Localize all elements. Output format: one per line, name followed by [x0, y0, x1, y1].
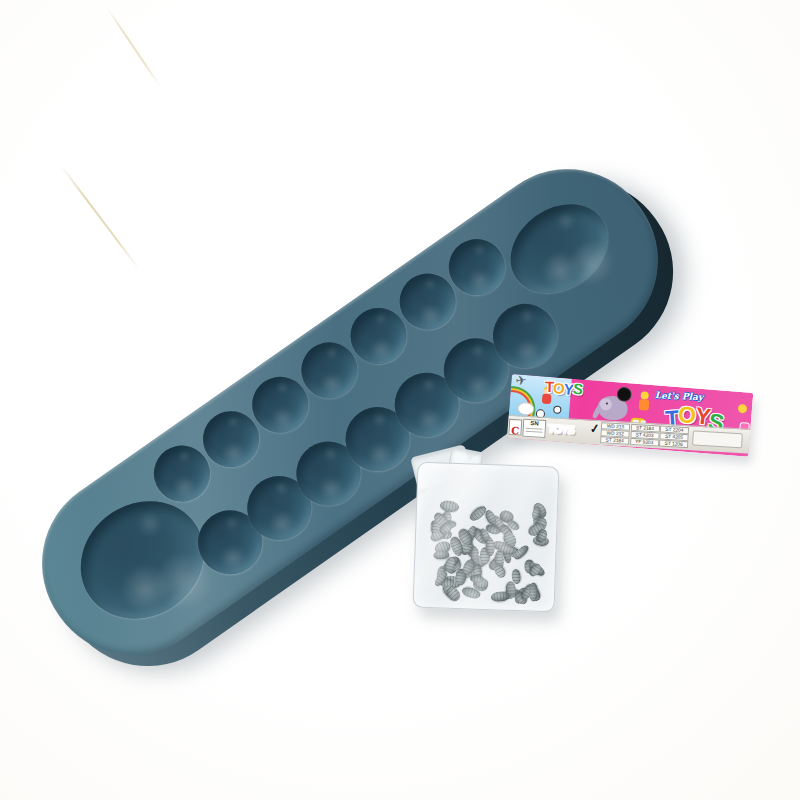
pit-highlight	[411, 402, 448, 439]
store-left	[58, 477, 227, 642]
cowrie-shell	[485, 537, 496, 557]
scratch-line	[60, 165, 139, 270]
shell-pieces	[419, 491, 553, 605]
product-code-grid: WD 215 ST 2184 ST 2204 WD 232 ST 4203 ST…	[600, 422, 689, 448]
pit-highlight	[469, 341, 489, 361]
pit-highlight	[414, 299, 447, 332]
pit-highlight	[321, 444, 341, 464]
cowrie-shell	[528, 583, 537, 602]
soccer-ball-art	[553, 405, 562, 414]
character-art	[639, 399, 650, 411]
strip-toys-text: TOYS	[547, 422, 574, 435]
check-mark: ✓	[589, 421, 601, 436]
pit-highlight	[217, 437, 250, 470]
pit-highlight	[463, 265, 496, 298]
brand-c-mark: C	[511, 425, 520, 436]
blank-box	[692, 430, 743, 448]
bag-body	[412, 462, 559, 613]
pit-highlight	[312, 471, 349, 508]
pit-highlight	[168, 471, 201, 504]
pit-highlight	[214, 540, 251, 577]
pit-highlight	[364, 334, 397, 367]
pit-highlight	[266, 402, 299, 435]
sn-box: SN	[522, 419, 546, 438]
airplane-icon: ✈	[515, 374, 528, 388]
pit-highlight	[460, 368, 497, 405]
pit-highlight	[176, 448, 193, 465]
pit-highlight	[518, 306, 538, 326]
pit-highlight	[323, 344, 340, 361]
elephant-eye	[606, 402, 608, 404]
product-code: ST 2184	[600, 436, 629, 444]
sn-fineprint-line	[526, 430, 543, 432]
pit-highlight	[509, 333, 546, 370]
cowrie-shell	[439, 499, 459, 513]
pit-highlight	[421, 276, 438, 293]
toys-label: ✈ TOYS Let's Play TOYS	[507, 374, 753, 457]
product-photo: ✈ TOYS Let's Play TOYS	[0, 0, 800, 800]
letter: S	[567, 423, 574, 435]
pit-highlight	[272, 478, 292, 498]
label-title-small: TOYS	[544, 378, 582, 398]
pit-highlight	[470, 241, 487, 258]
product-code: ST 1206	[659, 440, 688, 448]
pit-highlight	[552, 207, 581, 235]
pit-highlight	[372, 310, 389, 327]
pit-highlight	[225, 413, 242, 430]
product-code: YF 9203	[630, 438, 659, 446]
scratch-line	[106, 7, 161, 88]
pit-highlight	[361, 436, 398, 473]
label-subtitle: Let's Play	[655, 390, 704, 402]
pit-highlight	[131, 505, 168, 541]
pit-highlight	[223, 513, 243, 533]
brand-c-box: C	[508, 419, 522, 436]
cowrie-shell	[492, 563, 507, 580]
sn-text: SN	[524, 420, 545, 428]
pit-highlight	[370, 410, 390, 430]
shell-bag	[412, 462, 559, 613]
pit-highlight	[263, 505, 300, 542]
pit-highlight	[274, 379, 291, 396]
pit-highlight	[315, 368, 348, 401]
store-right	[494, 186, 625, 311]
pit-highlight	[419, 375, 439, 395]
